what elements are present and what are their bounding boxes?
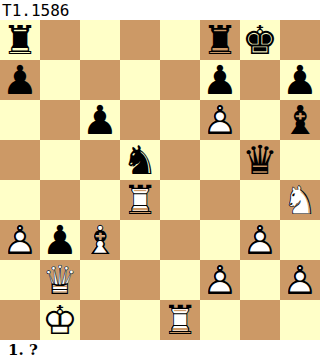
piece-glyph: ♙ [200,260,240,300]
piece-glyph: ♜ [0,20,40,60]
piece-glyph: ♙ [0,220,40,260]
black-pawn: ♟ [280,60,320,100]
white-rook: ♜♖ [160,300,200,340]
piece-glyph: ♕ [40,260,80,300]
black-pawn: ♟ [80,100,120,140]
white-knight: ♞♘ [280,180,320,220]
white-pawn: ♟♙ [280,260,320,300]
square-h7[interactable]: ♟ [280,60,320,100]
square-f6[interactable]: ♟♙ [200,100,240,140]
square-e3[interactable] [160,220,200,260]
square-c3[interactable]: ♝♗ [80,220,120,260]
white-pawn: ♟♙ [200,260,240,300]
black-queen: ♛ [240,140,280,180]
square-d2[interactable] [120,260,160,300]
square-e2[interactable] [160,260,200,300]
square-c1[interactable] [80,300,120,340]
square-c2[interactable] [80,260,120,300]
square-c6[interactable]: ♟ [80,100,120,140]
square-f8[interactable]: ♜ [200,20,240,60]
square-h3[interactable] [280,220,320,260]
square-a5[interactable] [0,140,40,180]
white-rook: ♜♖ [120,180,160,220]
square-g5[interactable]: ♛ [240,140,280,180]
square-b8[interactable] [40,20,80,60]
square-e7[interactable] [160,60,200,100]
piece-glyph: ♙ [280,260,320,300]
square-f5[interactable] [200,140,240,180]
square-d6[interactable] [120,100,160,140]
black-pawn: ♟ [40,220,80,260]
square-d4[interactable]: ♜♖ [120,180,160,220]
square-h5[interactable] [280,140,320,180]
piece-glyph: ♝ [280,100,320,140]
square-c4[interactable] [80,180,120,220]
piece-glyph: ♛ [240,140,280,180]
black-rook: ♜ [200,20,240,60]
square-d5[interactable]: ♞ [120,140,160,180]
square-h1[interactable] [280,300,320,340]
square-e4[interactable] [160,180,200,220]
square-g8[interactable]: ♚ [240,20,280,60]
square-e5[interactable] [160,140,200,180]
square-a7[interactable]: ♟ [0,60,40,100]
square-f4[interactable] [200,180,240,220]
white-pawn: ♟♙ [240,220,280,260]
piece-glyph: ♖ [120,180,160,220]
piece-glyph: ♘ [280,180,320,220]
square-g6[interactable] [240,100,280,140]
square-d8[interactable] [120,20,160,60]
white-pawn: ♟♙ [200,100,240,140]
square-g3[interactable]: ♟♙ [240,220,280,260]
white-bishop: ♝♗ [80,220,120,260]
square-f1[interactable] [200,300,240,340]
square-b3[interactable]: ♟ [40,220,80,260]
piece-glyph: ♖ [160,300,200,340]
square-a3[interactable]: ♟♙ [0,220,40,260]
black-bishop: ♝ [280,100,320,140]
square-c7[interactable] [80,60,120,100]
chess-board: ♜♜♚♟♟♟♟♟♙♝♞♛♜♖♞♘♟♙♟♝♗♟♙♛♕♟♙♟♙♚♔♜♖ [0,20,320,340]
white-pawn: ♟♙ [0,220,40,260]
white-king: ♚♔ [40,300,80,340]
square-f7[interactable]: ♟ [200,60,240,100]
square-h4[interactable]: ♞♘ [280,180,320,220]
square-a2[interactable] [0,260,40,300]
square-e8[interactable] [160,20,200,60]
square-d1[interactable] [120,300,160,340]
square-h6[interactable]: ♝ [280,100,320,140]
black-pawn: ♟ [0,60,40,100]
square-b7[interactable] [40,60,80,100]
piece-glyph: ♟ [80,100,120,140]
piece-glyph: ♙ [240,220,280,260]
black-pawn: ♟ [200,60,240,100]
square-f3[interactable] [200,220,240,260]
piece-glyph: ♚ [240,20,280,60]
black-rook: ♜ [0,20,40,60]
piece-glyph: ♔ [40,300,80,340]
square-b5[interactable] [40,140,80,180]
square-d3[interactable] [120,220,160,260]
piece-glyph: ♟ [40,220,80,260]
white-queen: ♛♕ [40,260,80,300]
square-h2[interactable]: ♟♙ [280,260,320,300]
square-b2[interactable]: ♛♕ [40,260,80,300]
square-e6[interactable] [160,100,200,140]
square-g1[interactable] [240,300,280,340]
square-c8[interactable] [80,20,120,60]
move-prompt: 1. ? [0,340,320,360]
square-e1[interactable]: ♜♖ [160,300,200,340]
piece-glyph: ♗ [80,220,120,260]
square-g2[interactable] [240,260,280,300]
square-a8[interactable]: ♜ [0,20,40,60]
square-b4[interactable] [40,180,80,220]
piece-glyph: ♞ [120,140,160,180]
square-a1[interactable] [0,300,40,340]
square-g4[interactable] [240,180,280,220]
black-knight: ♞ [120,140,160,180]
square-g7[interactable] [240,60,280,100]
piece-glyph: ♟ [0,60,40,100]
piece-glyph: ♟ [200,60,240,100]
black-king: ♚ [240,20,280,60]
square-b6[interactable] [40,100,80,140]
square-f2[interactable]: ♟♙ [200,260,240,300]
square-h8[interactable] [280,20,320,60]
piece-glyph: ♙ [200,100,240,140]
piece-glyph: ♟ [280,60,320,100]
piece-glyph: ♜ [200,20,240,60]
square-a6[interactable] [0,100,40,140]
square-d7[interactable] [120,60,160,100]
square-a4[interactable] [0,180,40,220]
square-c5[interactable] [80,140,120,180]
square-b1[interactable]: ♚♔ [40,300,80,340]
